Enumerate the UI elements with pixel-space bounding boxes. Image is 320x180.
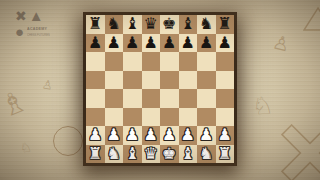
square-h1[interactable]: ♜ <box>216 145 235 164</box>
chess-board-frame: ♜♞♝♛♚♝♞♜♟♟♟♟♟♟♟♟♟♟♟♟♟♟♟♟♜♞♝♛♚♝♞♜ <box>83 12 237 166</box>
square-f8[interactable]: ♝ <box>179 15 198 34</box>
black-pawn: ♟ <box>125 34 139 53</box>
square-b8[interactable]: ♞ <box>105 15 124 34</box>
square-a7[interactable]: ♟ <box>86 34 105 53</box>
white-bishop: ♝ <box>125 145 139 164</box>
white-pawn: ♟ <box>218 126 232 145</box>
white-bishop: ♝ <box>181 145 195 164</box>
square-g4[interactable] <box>197 89 216 108</box>
square-g1[interactable]: ♞ <box>197 145 216 164</box>
logo-circle-icon: ● <box>15 24 24 39</box>
square-b5[interactable] <box>105 71 124 90</box>
brand-logo: ✖ ▲ ● ACADEMY CHESS FUTURES <box>15 8 78 39</box>
square-d7[interactable]: ♟ <box>142 34 161 53</box>
black-knight: ♞ <box>107 15 121 34</box>
square-d8[interactable]: ♛ <box>142 15 161 34</box>
brand-text: ACADEMY CHESS FUTURES <box>27 26 78 38</box>
black-rook: ♜ <box>218 15 232 34</box>
white-queen: ♛ <box>144 145 158 164</box>
black-king: ♚ <box>162 15 176 34</box>
decorative-pawn-outline-left-icon: ♙ <box>41 77 54 93</box>
square-g7[interactable]: ♟ <box>197 34 216 53</box>
square-f1[interactable]: ♝ <box>179 145 198 164</box>
square-a6[interactable] <box>86 52 105 71</box>
square-b4[interactable] <box>105 89 124 108</box>
square-g3[interactable] <box>197 108 216 127</box>
square-h8[interactable]: ♜ <box>216 15 235 34</box>
square-f7[interactable]: ♟ <box>179 34 198 53</box>
square-e8[interactable]: ♚ <box>160 15 179 34</box>
black-rook: ♜ <box>88 15 102 34</box>
square-a3[interactable] <box>86 108 105 127</box>
black-knight: ♞ <box>199 15 213 34</box>
white-pawn: ♟ <box>162 126 176 145</box>
square-h4[interactable] <box>216 89 235 108</box>
logo-triangle-icon: ▲ <box>29 8 44 24</box>
square-f5[interactable] <box>179 71 198 90</box>
square-e7[interactable]: ♟ <box>160 34 179 53</box>
decorative-circle-outline <box>53 126 83 156</box>
square-a4[interactable] <box>86 89 105 108</box>
square-g8[interactable]: ♞ <box>197 15 216 34</box>
square-h6[interactable] <box>216 52 235 71</box>
black-pawn: ♟ <box>162 34 176 53</box>
chess-board: ♜♞♝♛♚♝♞♜♟♟♟♟♟♟♟♟♟♟♟♟♟♟♟♟♜♞♝♛♚♝♞♜ <box>86 15 234 163</box>
square-h7[interactable]: ♟ <box>216 34 235 53</box>
square-e1[interactable]: ♚ <box>160 145 179 164</box>
decorative-knight-outline-right-icon: ♘ <box>251 91 274 120</box>
square-a1[interactable]: ♜ <box>86 145 105 164</box>
square-g6[interactable] <box>197 52 216 71</box>
brand-name: ACADEMY <box>27 27 57 31</box>
square-d2[interactable]: ♟ <box>142 126 161 145</box>
square-c6[interactable] <box>123 52 142 71</box>
white-pawn: ♟ <box>88 126 102 145</box>
square-d6[interactable] <box>142 52 161 71</box>
square-d3[interactable] <box>142 108 161 127</box>
square-d4[interactable] <box>142 89 161 108</box>
square-b1[interactable]: ♞ <box>105 145 124 164</box>
white-pawn: ♟ <box>181 126 195 145</box>
square-h3[interactable] <box>216 108 235 127</box>
square-c2[interactable]: ♟ <box>123 126 142 145</box>
white-pawn: ♟ <box>144 126 158 145</box>
square-a2[interactable]: ♟ <box>86 126 105 145</box>
square-h5[interactable] <box>216 71 235 90</box>
white-knight: ♞ <box>199 145 213 164</box>
square-d1[interactable]: ♛ <box>142 145 161 164</box>
square-c8[interactable]: ♝ <box>123 15 142 34</box>
square-c3[interactable] <box>123 108 142 127</box>
black-bishop: ♝ <box>125 15 139 34</box>
black-bishop: ♝ <box>181 15 195 34</box>
square-c1[interactable]: ♝ <box>123 145 142 164</box>
white-rook: ♜ <box>218 145 232 164</box>
square-g5[interactable] <box>197 71 216 90</box>
white-knight: ♞ <box>107 145 121 164</box>
square-f4[interactable] <box>179 89 198 108</box>
white-pawn: ♟ <box>107 126 121 145</box>
decorative-cross-outline <box>281 124 320 180</box>
black-pawn: ♟ <box>107 34 121 53</box>
decorative-triangle-outline <box>303 6 320 32</box>
black-pawn: ♟ <box>218 34 232 53</box>
square-b3[interactable] <box>105 108 124 127</box>
square-h2[interactable]: ♟ <box>216 126 235 145</box>
white-pawn: ♟ <box>125 126 139 145</box>
white-king: ♚ <box>162 145 176 164</box>
square-b6[interactable] <box>105 52 124 71</box>
decorative-pawn-outline-right-icon: ♙ <box>271 30 293 55</box>
black-pawn: ♟ <box>181 34 195 53</box>
square-e6[interactable] <box>160 52 179 71</box>
black-pawn: ♟ <box>199 34 213 53</box>
square-a5[interactable] <box>86 71 105 90</box>
black-pawn: ♟ <box>144 34 158 53</box>
decorative-knight-outline-left-icon: ♘ <box>19 139 33 155</box>
square-b7[interactable]: ♟ <box>105 34 124 53</box>
square-e5[interactable] <box>160 71 179 90</box>
square-d5[interactable] <box>142 71 161 90</box>
thumbnail-canvas: ✖ ▲ ● ACADEMY CHESS FUTURES ♗ ♙ ♘ ♙ ♘ ♜♞… <box>0 0 320 180</box>
square-b2[interactable]: ♟ <box>105 126 124 145</box>
white-pawn: ♟ <box>199 126 213 145</box>
black-queen: ♛ <box>144 15 158 34</box>
square-c4[interactable] <box>123 89 142 108</box>
logo-x-icon: ✖ <box>15 8 27 24</box>
square-f6[interactable] <box>179 52 198 71</box>
square-e3[interactable] <box>160 108 179 127</box>
square-c7[interactable]: ♟ <box>123 34 142 53</box>
square-f3[interactable] <box>179 108 198 127</box>
square-a8[interactable]: ♜ <box>86 15 105 34</box>
square-e2[interactable]: ♟ <box>160 126 179 145</box>
square-f2[interactable]: ♟ <box>179 126 198 145</box>
decorative-bishop-outline-icon: ♗ <box>0 82 32 125</box>
square-g2[interactable]: ♟ <box>197 126 216 145</box>
white-rook: ♜ <box>88 145 102 164</box>
square-e4[interactable] <box>160 89 179 108</box>
black-pawn: ♟ <box>88 34 102 53</box>
brand-tagline: CHESS FUTURES <box>27 33 50 36</box>
square-c5[interactable] <box>123 71 142 90</box>
